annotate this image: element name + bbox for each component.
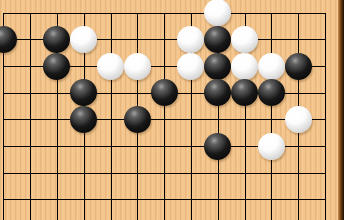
stone-white[interactable] xyxy=(177,53,204,80)
grid-vline xyxy=(271,13,272,220)
stone-black[interactable] xyxy=(285,53,312,80)
stone-white[interactable] xyxy=(124,53,151,80)
stone-black[interactable] xyxy=(258,79,285,106)
stone-white[interactable] xyxy=(285,106,312,133)
stone-black[interactable] xyxy=(70,106,97,133)
stone-black[interactable] xyxy=(231,79,258,106)
grid-vline xyxy=(325,13,326,220)
stone-white[interactable] xyxy=(258,133,285,160)
stone-white[interactable] xyxy=(70,26,97,53)
grid-vline xyxy=(111,13,112,220)
stone-white[interactable] xyxy=(97,53,124,80)
stone-black[interactable] xyxy=(70,79,97,106)
stone-white[interactable] xyxy=(177,26,204,53)
stone-black[interactable] xyxy=(204,26,231,53)
board-side-edge xyxy=(338,0,344,220)
stone-white[interactable] xyxy=(231,53,258,80)
stone-black[interactable] xyxy=(124,106,151,133)
stone-black[interactable] xyxy=(0,26,17,53)
stone-black[interactable] xyxy=(204,79,231,106)
stone-white[interactable] xyxy=(204,0,231,26)
go-board[interactable] xyxy=(0,0,344,220)
stone-black[interactable] xyxy=(43,53,70,80)
stone-black[interactable] xyxy=(43,26,70,53)
stone-white[interactable] xyxy=(258,53,285,80)
grid-vline xyxy=(164,13,165,220)
grid-vline xyxy=(30,13,31,220)
stone-black[interactable] xyxy=(204,53,231,80)
stone-black[interactable] xyxy=(151,79,178,106)
stone-white[interactable] xyxy=(231,26,258,53)
stone-black[interactable] xyxy=(204,133,231,160)
